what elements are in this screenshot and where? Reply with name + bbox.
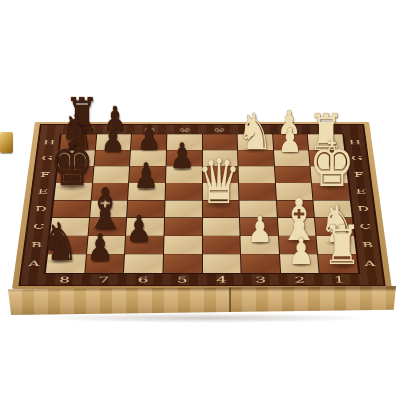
square-c5[interactable] xyxy=(164,218,201,236)
square-a3[interactable] xyxy=(241,255,280,274)
square-a5[interactable] xyxy=(163,255,201,274)
black-pawn-g6[interactable]: ♟ xyxy=(137,120,161,154)
wood-grain xyxy=(8,286,396,315)
square-f2[interactable] xyxy=(275,167,312,183)
square-b5[interactable] xyxy=(164,236,202,254)
rank-label-8: 8 xyxy=(44,274,84,286)
black-pawn-e6[interactable]: ♟ xyxy=(133,159,158,194)
pieces-layer: ♜♟♞♟♟♚♟♟♝♟♟♞♟♜♞♟♚♛♝♟♞♟♜ xyxy=(0,0,400,400)
black-pawn-g7[interactable]: ♟ xyxy=(101,122,125,156)
rank-label-3: 3 xyxy=(241,274,281,286)
box-fold-seam xyxy=(229,286,231,315)
rank-label-2: 2 xyxy=(280,274,320,286)
white-pawn-g2[interactable]: ♟ xyxy=(278,123,302,157)
rank-label-5: 5 xyxy=(163,274,202,286)
black-knight-a8[interactable]: ♞ xyxy=(41,216,78,268)
square-a6[interactable] xyxy=(124,255,163,274)
board-drop-shadow xyxy=(40,313,370,323)
rank-labels-bottom: 87654321 xyxy=(44,274,359,286)
black-pawn-f5[interactable]: ♟ xyxy=(169,139,194,174)
chess-photo-scene: ◎◎◎◎◎◎◎◎ 87654321 HGFEDCBA HGFEDCBA ♜♟♞♟… xyxy=(0,0,400,400)
square-e3[interactable] xyxy=(239,183,276,200)
folding-box-front-edge xyxy=(8,286,396,315)
white-queen-d4[interactable]: ♛ xyxy=(197,151,241,213)
brass-clasp-icon xyxy=(0,132,13,153)
rank-label-7: 7 xyxy=(84,274,124,286)
black-pawn-a7[interactable]: ♟ xyxy=(87,229,114,266)
border-medallion-icon: ◎ xyxy=(167,124,202,134)
rank-label-6: 6 xyxy=(123,274,163,286)
white-pawn-b3[interactable]: ♟ xyxy=(247,212,273,248)
white-knight-g3[interactable]: ♞ xyxy=(237,107,273,157)
border-medallion-icon: ◎ xyxy=(202,124,237,134)
square-f3[interactable] xyxy=(239,167,275,183)
square-b4[interactable] xyxy=(202,236,240,254)
white-pawn-a2[interactable]: ♟ xyxy=(288,233,315,270)
black-pawn-b6[interactable]: ♟ xyxy=(126,211,152,247)
square-c4[interactable] xyxy=(202,218,239,236)
white-rook-a1[interactable]: ♜ xyxy=(323,219,362,273)
square-a4[interactable] xyxy=(202,255,240,274)
rank-label-4: 4 xyxy=(202,274,241,286)
